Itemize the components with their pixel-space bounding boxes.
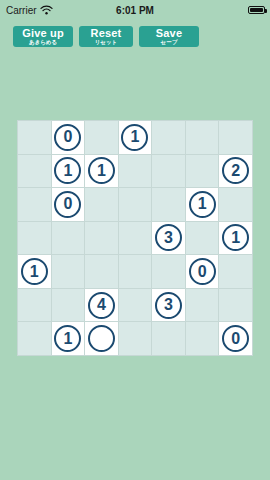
cell-r5c4[interactable]: [119, 255, 152, 288]
clue-circle-0: 0: [54, 124, 81, 151]
cell-r1c3[interactable]: [85, 121, 118, 154]
cell-r7c4[interactable]: [119, 322, 152, 355]
clue-circle-1: 1: [88, 157, 115, 184]
clue-circle-0: 0: [189, 258, 216, 285]
cell-r1c6[interactable]: [186, 121, 219, 154]
give-up-button[interactable]: Give up あきらめる: [13, 26, 73, 47]
cell-r1c1[interactable]: [18, 121, 51, 154]
cell-r6c5: 3: [152, 289, 185, 322]
cell-r7c7: 0: [219, 322, 252, 355]
clue-circle-0: 0: [222, 325, 249, 352]
cell-r1c2: 0: [52, 121, 85, 154]
clue-circle-4: 4: [88, 292, 115, 319]
cell-r5c6: 0: [186, 255, 219, 288]
reset-button[interactable]: Reset リセット: [79, 26, 133, 47]
cell-r4c6[interactable]: [186, 222, 219, 255]
clock: 6:01 PM: [0, 0, 270, 20]
cell-r6c3: 4: [85, 289, 118, 322]
cell-r4c4[interactable]: [119, 222, 152, 255]
clue-circle-3: 3: [155, 292, 182, 319]
cell-r5c3[interactable]: [85, 255, 118, 288]
cell-r6c7[interactable]: [219, 289, 252, 322]
cell-r3c3[interactable]: [85, 188, 118, 221]
cell-r2c2: 1: [52, 155, 85, 188]
cell-r3c4[interactable]: [119, 188, 152, 221]
cell-r2c5[interactable]: [152, 155, 185, 188]
clue-circle-1: 1: [121, 124, 148, 151]
clue-circle-1: 1: [54, 325, 81, 352]
clue-circle-1: 1: [54, 157, 81, 184]
cell-r2c6[interactable]: [186, 155, 219, 188]
cell-r2c1[interactable]: [18, 155, 51, 188]
toolbar: Give up あきらめる Reset リセット Save セーブ: [13, 26, 199, 47]
cell-r1c7[interactable]: [219, 121, 252, 154]
cell-r2c4[interactable]: [119, 155, 152, 188]
battery-icon: [248, 6, 265, 14]
clue-circle-2: 2: [222, 157, 249, 184]
cell-r4c1[interactable]: [18, 222, 51, 255]
cell-r3c2: 0: [52, 188, 85, 221]
cell-r5c1: 1: [18, 255, 51, 288]
save-button[interactable]: Save セーブ: [139, 26, 199, 47]
cell-r7c5[interactable]: [152, 322, 185, 355]
cell-r7c6[interactable]: [186, 322, 219, 355]
cell-r3c1[interactable]: [18, 188, 51, 221]
cell-r4c7: 1: [219, 222, 252, 255]
clue-circle-3: 3: [155, 224, 182, 251]
cell-r4c3[interactable]: [85, 222, 118, 255]
clue-circle-1: 1: [189, 191, 216, 218]
cell-r6c1[interactable]: [18, 289, 51, 322]
clue-circle-1: 1: [222, 224, 249, 251]
cell-r6c4[interactable]: [119, 289, 152, 322]
cell-r5c7[interactable]: [219, 255, 252, 288]
cell-r7c2: 1: [52, 322, 85, 355]
cell-r2c3: 1: [85, 155, 118, 188]
cell-r3c6: 1: [186, 188, 219, 221]
cell-r3c5[interactable]: [152, 188, 185, 221]
cell-r6c6[interactable]: [186, 289, 219, 322]
board: 011120131104310: [17, 120, 253, 356]
cell-r2c7: 2: [219, 155, 252, 188]
cell-r1c4: 1: [119, 121, 152, 154]
status-bar: Carrier 6:01 PM: [0, 0, 270, 20]
cell-r7c1[interactable]: [18, 322, 51, 355]
cell-r5c2[interactable]: [52, 255, 85, 288]
cell-r5c5[interactable]: [152, 255, 185, 288]
cell-r7c3[interactable]: [85, 322, 118, 355]
cell-r4c2[interactable]: [52, 222, 85, 255]
clue-circle-0: 0: [54, 191, 81, 218]
clue-circle-1: 1: [21, 258, 48, 285]
cell-r6c2[interactable]: [52, 289, 85, 322]
empty-circle-mark: [88, 325, 115, 352]
cell-r3c7[interactable]: [219, 188, 252, 221]
cell-r1c5[interactable]: [152, 121, 185, 154]
cell-r4c5: 3: [152, 222, 185, 255]
